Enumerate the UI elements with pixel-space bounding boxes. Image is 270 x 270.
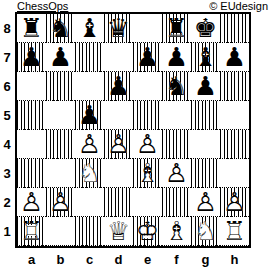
square-f1: ♝♗ bbox=[162, 217, 191, 246]
square-f8: ♜♜ bbox=[162, 14, 191, 43]
square-c3: ♞♘ bbox=[75, 159, 104, 188]
black-knight: ♞ bbox=[46, 14, 75, 42]
black-rook: ♜ bbox=[162, 14, 191, 42]
square-g4 bbox=[191, 130, 220, 159]
white-pawn: ♙ bbox=[46, 188, 75, 216]
white-pawn: ♙ bbox=[75, 130, 104, 158]
square-d7 bbox=[104, 43, 133, 72]
square-h3 bbox=[220, 159, 249, 188]
copyright-credit: © EUdesign bbox=[209, 0, 268, 12]
square-d4: ♟♙ bbox=[104, 130, 133, 159]
square-a2: ♟♙ bbox=[17, 188, 46, 217]
square-h8 bbox=[220, 14, 249, 43]
square-g3 bbox=[191, 159, 220, 188]
square-b3 bbox=[46, 159, 75, 188]
square-f6: ♞♞ bbox=[162, 72, 191, 101]
black-pawn: ♟ bbox=[17, 43, 46, 71]
black-queen: ♛ bbox=[104, 14, 133, 42]
square-c2 bbox=[75, 188, 104, 217]
square-b8: ♞♞ bbox=[46, 14, 75, 43]
rank-label-6: 6 bbox=[0, 72, 14, 101]
square-a5 bbox=[17, 101, 46, 130]
black-king: ♚ bbox=[191, 14, 220, 42]
square-c5: ♟♟ bbox=[75, 101, 104, 130]
square-e2 bbox=[133, 188, 162, 217]
square-h5 bbox=[220, 101, 249, 130]
rank-label-2: 2 bbox=[0, 188, 14, 217]
file-labels: abcdefgh bbox=[17, 251, 249, 267]
file-label-b: b bbox=[46, 251, 75, 267]
square-b1 bbox=[46, 217, 75, 246]
square-h1: ♜♖ bbox=[220, 217, 249, 246]
square-h4 bbox=[220, 130, 249, 159]
square-e7: ♟♟ bbox=[133, 43, 162, 72]
white-pawn: ♙ bbox=[162, 159, 191, 187]
file-label-g: g bbox=[191, 251, 220, 267]
white-pawn: ♙ bbox=[104, 130, 133, 158]
white-pawn: ♙ bbox=[191, 188, 220, 216]
square-g5 bbox=[191, 101, 220, 130]
white-bishop: ♗ bbox=[162, 217, 191, 245]
black-pawn: ♟ bbox=[133, 43, 162, 71]
file-label-f: f bbox=[162, 251, 191, 267]
chess-diagram-page: ChessOps © EUdesign 87654321 ♜♜♞♞♝♝♛♛♜♜♚… bbox=[0, 0, 270, 270]
square-b7: ♟♟ bbox=[46, 43, 75, 72]
square-f3: ♟♙ bbox=[162, 159, 191, 188]
square-a6 bbox=[17, 72, 46, 101]
square-g6: ♟♟ bbox=[191, 72, 220, 101]
white-king: ♔ bbox=[133, 217, 162, 245]
square-e5 bbox=[133, 101, 162, 130]
black-pawn: ♟ bbox=[220, 43, 249, 71]
square-f2 bbox=[162, 188, 191, 217]
square-h6 bbox=[220, 72, 249, 101]
square-a7: ♟♟ bbox=[17, 43, 46, 72]
square-g7: ♝♝ bbox=[191, 43, 220, 72]
white-knight: ♘ bbox=[75, 159, 104, 187]
square-d1: ♛♕ bbox=[104, 217, 133, 246]
square-c1 bbox=[75, 217, 104, 246]
file-label-d: d bbox=[104, 251, 133, 267]
square-d6: ♟♟ bbox=[104, 72, 133, 101]
white-knight: ♘ bbox=[191, 217, 220, 245]
square-h7: ♟♟ bbox=[220, 43, 249, 72]
file-label-h: h bbox=[220, 251, 249, 267]
rank-label-5: 5 bbox=[0, 101, 14, 130]
square-e6 bbox=[133, 72, 162, 101]
square-h2: ♟♙ bbox=[220, 188, 249, 217]
square-f4 bbox=[162, 130, 191, 159]
square-a3 bbox=[17, 159, 46, 188]
square-g1: ♞♘ bbox=[191, 217, 220, 246]
black-pawn: ♟ bbox=[191, 72, 220, 100]
square-e3: ♝♗ bbox=[133, 159, 162, 188]
file-label-e: e bbox=[133, 251, 162, 267]
black-bishop: ♝ bbox=[191, 43, 220, 71]
rank-label-4: 4 bbox=[0, 130, 14, 159]
square-d5 bbox=[104, 101, 133, 130]
chessops-link[interactable]: ChessOps bbox=[17, 0, 68, 12]
black-pawn: ♟ bbox=[104, 72, 133, 100]
white-rook: ♖ bbox=[17, 217, 46, 245]
black-rook: ♜ bbox=[17, 14, 46, 42]
rank-label-1: 1 bbox=[0, 217, 14, 246]
black-knight: ♞ bbox=[162, 72, 191, 100]
black-pawn: ♟ bbox=[162, 43, 191, 71]
square-c8: ♝♝ bbox=[75, 14, 104, 43]
rank-label-8: 8 bbox=[0, 14, 14, 43]
square-c6 bbox=[75, 72, 104, 101]
white-pawn: ♙ bbox=[133, 130, 162, 158]
square-a4 bbox=[17, 130, 46, 159]
square-e4: ♟♙ bbox=[133, 130, 162, 159]
white-queen: ♕ bbox=[104, 217, 133, 245]
square-g8: ♚♚ bbox=[191, 14, 220, 43]
file-label-c: c bbox=[75, 251, 104, 267]
square-d3 bbox=[104, 159, 133, 188]
square-d2 bbox=[104, 188, 133, 217]
file-label-a: a bbox=[17, 251, 46, 267]
rank-label-3: 3 bbox=[0, 159, 14, 188]
square-e1: ♚♔ bbox=[133, 217, 162, 246]
square-c7 bbox=[75, 43, 104, 72]
rank-labels: 87654321 bbox=[0, 14, 14, 246]
square-b5 bbox=[46, 101, 75, 130]
white-pawn: ♙ bbox=[220, 188, 249, 216]
square-f7: ♟♟ bbox=[162, 43, 191, 72]
black-pawn: ♟ bbox=[75, 101, 104, 129]
chess-board: ♜♜♞♞♝♝♛♛♜♜♚♚♟♟♟♟♟♟♟♟♝♝♟♟♟♟♞♞♟♟♟♟♟♙♟♙♟♙♞♘… bbox=[15, 12, 251, 248]
square-a8: ♜♜ bbox=[17, 14, 46, 43]
square-c4: ♟♙ bbox=[75, 130, 104, 159]
white-pawn: ♙ bbox=[17, 188, 46, 216]
square-g2: ♟♙ bbox=[191, 188, 220, 217]
square-e8 bbox=[133, 14, 162, 43]
rank-label-7: 7 bbox=[0, 43, 14, 72]
black-bishop: ♝ bbox=[75, 14, 104, 42]
square-d8: ♛♛ bbox=[104, 14, 133, 43]
square-b2: ♟♙ bbox=[46, 188, 75, 217]
black-pawn: ♟ bbox=[46, 43, 75, 71]
square-a1: ♜♖ bbox=[17, 217, 46, 246]
white-bishop: ♗ bbox=[133, 159, 162, 187]
square-f5 bbox=[162, 101, 191, 130]
square-b6 bbox=[46, 72, 75, 101]
square-b4 bbox=[46, 130, 75, 159]
white-rook: ♖ bbox=[220, 217, 249, 245]
